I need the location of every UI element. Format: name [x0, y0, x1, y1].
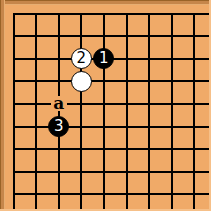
stone-white-unnumbered: [71, 71, 92, 92]
stone-white-2: 2: [71, 48, 92, 69]
grid-line-vertical-8: [171, 13, 173, 210]
point-label-text: a: [53, 95, 64, 112]
board-frame-left-edge: [0, 0, 5, 211]
point-label-a: a: [51, 96, 67, 111]
stone-black-3: 3: [48, 116, 69, 137]
board-surface: a123: [0, 0, 211, 211]
stone-label: 1: [99, 51, 109, 66]
grid-line-horizontal-4: [13, 80, 210, 82]
grid-line-horizontal-9: [13, 193, 210, 195]
stone-black-1: 1: [93, 48, 114, 69]
grid-line-vertical-9: [193, 13, 195, 210]
go-board-diagram: a123: [0, 0, 211, 211]
grid-line-vertical-1: [13, 13, 15, 210]
board-cut-edge-bottom: [0, 209, 211, 211]
grid-line-horizontal-5: [13, 103, 210, 105]
board-cut-edge-right: [209, 0, 211, 211]
grid-line-vertical-6: [126, 13, 128, 210]
grid-line-vertical-4: [80, 13, 82, 210]
grid-line-horizontal-1: [13, 13, 210, 15]
grid-line-horizontal-8: [13, 171, 210, 173]
grid-line-vertical-7: [148, 13, 150, 210]
board-frame-top-edge: [0, 0, 211, 5]
grid-line-vertical-5: [103, 13, 105, 210]
grid-line-vertical-2: [35, 13, 37, 210]
stone-label: 2: [77, 51, 87, 66]
grid-line-horizontal-6: [13, 126, 210, 128]
grid-line-horizontal-7: [13, 148, 210, 150]
grid-line-horizontal-2: [13, 35, 210, 37]
stone-label: 3: [54, 119, 64, 134]
